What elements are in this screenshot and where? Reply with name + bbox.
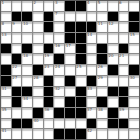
white-cell[interactable] [108, 97, 118, 107]
white-cell[interactable]: 16 [54, 44, 64, 54]
white-cell[interactable] [87, 12, 97, 22]
white-cell[interactable]: 13 [1, 33, 11, 43]
white-cell[interactable] [108, 76, 118, 86]
white-cell[interactable] [129, 108, 139, 118]
white-cell[interactable] [129, 97, 139, 107]
clue-number: 15 [130, 33, 135, 37]
white-cell[interactable] [87, 65, 97, 75]
black-cell [65, 76, 75, 86]
black-cell [22, 87, 32, 97]
white-cell[interactable]: 15 [129, 33, 139, 43]
white-cell[interactable]: 1 [1, 1, 11, 11]
white-cell[interactable] [33, 33, 43, 43]
black-cell [76, 108, 86, 118]
black-cell [44, 44, 54, 54]
white-cell[interactable] [33, 12, 43, 22]
white-cell[interactable] [65, 12, 75, 22]
white-cell[interactable]: 2 [33, 1, 43, 11]
black-cell [65, 108, 75, 118]
black-cell [44, 22, 54, 32]
clue-number: 12 [108, 22, 113, 26]
clue-number: 11 [98, 22, 103, 26]
white-cell[interactable]: 38 [97, 108, 107, 118]
white-cell[interactable]: 5 [97, 1, 107, 11]
clue-number: 34 [23, 97, 28, 101]
crossword-grid: 1234567891011121314151617181920212223242… [0, 0, 140, 140]
white-cell[interactable]: 31 [1, 87, 11, 97]
white-cell[interactable] [12, 44, 22, 54]
clue-number: 28 [34, 76, 39, 80]
clue-number: 21 [119, 54, 124, 58]
clue-number: 1 [2, 1, 5, 5]
white-cell[interactable] [129, 54, 139, 64]
white-cell[interactable] [97, 33, 107, 43]
white-cell[interactable]: 18 [22, 54, 32, 64]
black-cell [12, 87, 22, 97]
black-cell [22, 119, 32, 129]
white-cell[interactable] [44, 1, 54, 11]
clue-number: 17 [66, 44, 71, 48]
black-cell [22, 44, 32, 54]
black-cell [33, 108, 43, 118]
black-cell [76, 1, 86, 11]
black-cell [108, 12, 118, 22]
white-cell[interactable]: 4 [87, 1, 97, 11]
white-cell[interactable] [44, 33, 54, 43]
black-cell [54, 129, 64, 139]
white-cell[interactable] [22, 65, 32, 75]
black-cell [12, 12, 22, 22]
black-cell [44, 97, 54, 107]
white-cell[interactable]: 33 [87, 87, 97, 97]
white-cell[interactable] [129, 119, 139, 129]
white-cell[interactable]: 14 [87, 33, 97, 43]
clue-number: 5 [98, 1, 101, 5]
clue-number: 19 [44, 54, 49, 58]
black-cell [119, 119, 129, 129]
white-cell[interactable]: 6 [119, 1, 129, 11]
black-cell [76, 87, 86, 97]
white-cell[interactable] [119, 12, 129, 22]
white-cell[interactable] [108, 129, 118, 139]
black-cell [65, 129, 75, 139]
black-cell [44, 76, 54, 86]
clue-number: 8 [2, 22, 5, 26]
white-cell[interactable] [33, 87, 43, 97]
white-cell[interactable] [65, 65, 75, 75]
black-cell [97, 97, 107, 107]
black-cell [65, 33, 75, 43]
white-cell[interactable]: 35 [1, 108, 11, 118]
white-cell[interactable] [119, 22, 129, 32]
black-cell [108, 87, 118, 97]
white-cell[interactable] [1, 54, 11, 64]
white-cell[interactable] [1, 12, 11, 22]
white-cell[interactable] [22, 108, 32, 118]
clue-number: 41 [2, 129, 7, 133]
white-cell[interactable] [22, 1, 32, 11]
white-cell[interactable]: 30 [129, 76, 139, 86]
white-cell[interactable]: 39 [119, 108, 129, 118]
black-cell [76, 54, 86, 64]
black-cell [129, 22, 139, 32]
white-cell[interactable] [65, 87, 75, 97]
black-cell [65, 97, 75, 107]
black-cell [97, 44, 107, 54]
black-cell [97, 54, 107, 64]
white-cell[interactable] [87, 97, 97, 107]
white-cell[interactable] [108, 1, 118, 11]
black-cell [119, 87, 129, 97]
clue-number: 39 [119, 108, 124, 112]
white-cell[interactable] [108, 44, 118, 54]
clue-number: 27 [12, 76, 17, 80]
white-cell[interactable]: 17 [65, 44, 75, 54]
clue-number: 14 [87, 33, 92, 37]
black-cell [76, 44, 86, 54]
white-cell[interactable]: 25 [76, 65, 86, 75]
white-cell[interactable]: 9 [12, 22, 22, 32]
clue-number: 2 [34, 1, 37, 5]
black-cell [22, 12, 32, 22]
white-cell[interactable] [54, 119, 64, 129]
white-cell[interactable] [119, 65, 129, 75]
white-cell[interactable]: 28 [33, 76, 43, 86]
white-cell[interactable] [97, 119, 107, 129]
white-cell[interactable]: 42 [87, 129, 97, 139]
black-cell [108, 65, 118, 75]
white-cell[interactable] [65, 54, 75, 64]
white-cell[interactable]: 19 [44, 54, 54, 64]
white-cell[interactable] [54, 97, 64, 107]
clue-number: 16 [55, 44, 60, 48]
clue-number: 29 [98, 76, 103, 80]
clue-number: 4 [87, 1, 90, 5]
white-cell[interactable]: 12 [108, 22, 118, 32]
black-cell [76, 22, 86, 32]
clue-number: 33 [87, 87, 92, 91]
black-cell [87, 22, 97, 32]
black-cell [129, 65, 139, 75]
white-cell[interactable]: 29 [97, 76, 107, 86]
white-cell[interactable] [129, 129, 139, 139]
clue-number: 31 [2, 87, 7, 91]
clue-number: 22 [12, 65, 17, 69]
white-cell[interactable] [22, 33, 32, 43]
white-cell[interactable] [129, 44, 139, 54]
black-cell [76, 129, 86, 139]
white-cell[interactable] [129, 87, 139, 97]
clue-number: 38 [98, 108, 103, 112]
white-cell[interactable]: 3 [54, 1, 64, 11]
white-cell[interactable] [12, 1, 22, 11]
clue-number: 23 [44, 65, 49, 69]
white-cell[interactable]: 8 [1, 22, 11, 32]
white-cell[interactable] [22, 129, 32, 139]
white-cell[interactable]: 37 [87, 108, 97, 118]
clue-number: 6 [119, 1, 122, 5]
clue-number: 36 [44, 108, 49, 112]
clue-number: 7 [55, 12, 58, 16]
black-cell [119, 44, 129, 54]
white-cell[interactable] [12, 129, 22, 139]
clue-number: 26 [98, 65, 103, 69]
clue-number: 40 [34, 119, 39, 123]
white-cell[interactable]: 34 [22, 97, 32, 107]
clue-number: 25 [76, 65, 81, 69]
black-cell [87, 76, 97, 86]
white-cell[interactable] [54, 33, 64, 43]
black-cell [12, 54, 22, 64]
white-cell[interactable] [87, 54, 97, 64]
white-cell[interactable] [1, 119, 11, 129]
black-cell [76, 97, 86, 107]
white-cell[interactable] [65, 119, 75, 129]
clue-number: 10 [23, 22, 28, 26]
black-cell [12, 97, 22, 107]
white-cell[interactable] [119, 33, 129, 43]
white-cell[interactable] [119, 76, 129, 86]
white-cell[interactable] [76, 119, 86, 129]
white-cell[interactable] [76, 76, 86, 86]
white-cell[interactable] [33, 54, 43, 64]
white-cell[interactable] [97, 129, 107, 139]
white-cell[interactable]: 26 [97, 65, 107, 75]
white-cell[interactable]: 21 [119, 54, 129, 64]
white-cell[interactable] [97, 87, 107, 97]
white-cell[interactable]: 10 [22, 22, 32, 32]
clue-number: 9 [12, 22, 15, 26]
clue-number: 24 [55, 65, 60, 69]
black-cell [87, 119, 97, 129]
black-cell [129, 12, 139, 22]
clue-number: 30 [130, 76, 135, 80]
white-cell[interactable]: 41 [1, 129, 11, 139]
white-cell[interactable] [12, 33, 22, 43]
black-cell [54, 108, 64, 118]
clue-number: 42 [87, 129, 92, 133]
white-cell[interactable]: 23 [44, 65, 54, 75]
white-cell[interactable] [33, 129, 43, 139]
white-cell[interactable]: 27 [12, 76, 22, 86]
white-cell[interactable] [76, 12, 86, 22]
black-cell [1, 76, 11, 86]
white-cell[interactable] [12, 108, 22, 118]
white-cell[interactable]: 36 [44, 108, 54, 118]
black-cell [108, 108, 118, 118]
white-cell[interactable] [33, 44, 43, 54]
black-cell [108, 119, 118, 129]
black-cell [12, 119, 22, 129]
white-cell[interactable] [129, 1, 139, 11]
black-cell [33, 65, 43, 75]
white-cell[interactable] [97, 12, 107, 22]
black-cell [44, 87, 54, 97]
white-cell[interactable] [22, 76, 32, 86]
clue-number: 37 [87, 108, 92, 112]
white-cell[interactable] [33, 97, 43, 107]
white-cell[interactable]: 32 [54, 87, 64, 97]
white-cell[interactable] [87, 44, 97, 54]
white-cell[interactable] [33, 22, 43, 32]
white-cell[interactable]: 11 [97, 22, 107, 32]
white-cell[interactable] [119, 129, 129, 139]
clue-number: 20 [108, 54, 113, 58]
black-cell [119, 97, 129, 107]
black-cell [1, 65, 11, 75]
black-cell [65, 1, 75, 11]
white-cell[interactable] [1, 97, 11, 107]
black-cell [44, 12, 54, 22]
white-cell[interactable]: 24 [54, 65, 64, 75]
clue-number: 18 [23, 54, 28, 58]
white-cell[interactable] [44, 129, 54, 139]
black-cell [1, 44, 11, 54]
black-cell [65, 22, 75, 32]
black-cell [54, 54, 64, 64]
clue-number: 32 [55, 87, 60, 91]
white-cell[interactable] [108, 33, 118, 43]
white-cell[interactable]: 20 [108, 54, 118, 64]
white-cell[interactable] [54, 22, 64, 32]
clue-number: 3 [55, 1, 58, 5]
white-cell[interactable] [44, 119, 54, 129]
white-cell[interactable] [54, 76, 64, 86]
white-cell[interactable]: 22 [12, 65, 22, 75]
clue-number: 13 [2, 33, 7, 37]
clue-number: 35 [2, 108, 7, 112]
white-cell[interactable]: 7 [54, 12, 64, 22]
white-cell[interactable]: 40 [33, 119, 43, 129]
black-cell [76, 33, 86, 43]
